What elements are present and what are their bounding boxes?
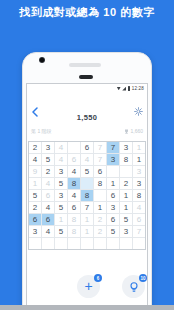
cell-r6c8[interactable]: 1 <box>120 202 132 213</box>
cell-r8c3[interactable]: 5 <box>55 226 67 237</box>
cell-r4c1[interactable]: 1 <box>29 178 41 189</box>
cell-r6c3[interactable]: 5 <box>55 202 67 213</box>
cell-r3c4[interactable]: 4 <box>68 166 80 177</box>
cell-r7c2[interactable]: 6 <box>42 214 54 225</box>
front-camera-dot <box>39 57 45 63</box>
cell-r2c7[interactable]: 3 <box>107 154 119 165</box>
cell-r1c8[interactable]: 3 <box>120 142 132 153</box>
cell-r8c2[interactable]: 4 <box>42 226 54 237</box>
cell-r4c7[interactable]: 1 <box>107 178 119 189</box>
cell-r9c7[interactable] <box>107 238 119 249</box>
hint-count-badge: 10 <box>139 274 147 282</box>
wifi-icon <box>117 87 121 91</box>
back-button[interactable] <box>31 103 39 113</box>
cell-r1c7[interactable]: 7 <box>107 142 119 153</box>
phone-mockup: 12:28 1,550 第 1 階段 <box>22 52 152 310</box>
cell-r7c7[interactable]: 6 <box>107 214 119 225</box>
cell-r6c1[interactable]: 2 <box>29 202 41 213</box>
cell-r4c9[interactable]: 3 <box>133 178 145 189</box>
store-caption: 找到成對或總為 10 的數字 <box>0 5 174 20</box>
cell-r3c5[interactable]: 5 <box>81 166 93 177</box>
board-grid: 2346773145464738192345631458812356348618… <box>28 141 146 250</box>
cell-r9c5[interactable] <box>81 238 93 249</box>
cell-r7c9[interactable]: 6 <box>133 214 145 225</box>
cell-r3c9[interactable]: 3 <box>133 166 145 177</box>
cell-r4c8[interactable]: 2 <box>120 178 132 189</box>
battery-icon <box>128 86 131 91</box>
trophy-icon <box>124 129 129 134</box>
cell-r5c3[interactable]: 3 <box>55 190 67 201</box>
cell-r6c9[interactable]: 4 <box>133 202 145 213</box>
cell-r2c3[interactable]: 4 <box>55 154 67 165</box>
cell-r2c1[interactable]: 4 <box>29 154 41 165</box>
best-score: 1,660 <box>124 128 143 134</box>
cell-r2c6[interactable]: 7 <box>94 154 106 165</box>
cell-r5c5[interactable]: 8 <box>81 190 93 201</box>
cell-r4c4[interactable]: 8 <box>68 178 80 189</box>
cell-r2c5[interactable]: 4 <box>81 154 93 165</box>
signal-icon <box>122 87 126 91</box>
status-bar: 12:28 <box>117 86 144 91</box>
cell-r9c3[interactable] <box>55 238 67 249</box>
cell-r9c4[interactable] <box>68 238 80 249</box>
cell-r4c5[interactable] <box>81 178 93 189</box>
cell-r3c8[interactable] <box>120 166 132 177</box>
cell-r5c9[interactable]: 8 <box>133 190 145 201</box>
cell-r5c2[interactable]: 6 <box>42 190 54 201</box>
cell-r1c5[interactable]: 6 <box>81 142 93 153</box>
cell-r6c5[interactable]: 7 <box>81 202 93 213</box>
add-numbers-button[interactable]: + 6 <box>77 275 100 298</box>
cell-r7c6[interactable]: 2 <box>94 214 106 225</box>
cell-r6c2[interactable]: 4 <box>42 202 54 213</box>
cell-r1c1[interactable]: 2 <box>29 142 41 153</box>
speaker-slot <box>69 63 101 67</box>
plus-icon: + <box>84 278 92 294</box>
cell-r2c4[interactable]: 6 <box>68 154 80 165</box>
cell-r8c8[interactable]: 3 <box>120 226 132 237</box>
lightbulb-icon <box>128 281 140 293</box>
cell-r1c3[interactable]: 4 <box>55 142 67 153</box>
cell-r3c2[interactable]: 2 <box>42 166 54 177</box>
cell-r4c3[interactable]: 5 <box>55 178 67 189</box>
cell-r1c4[interactable] <box>68 142 80 153</box>
cell-r8c1[interactable]: 3 <box>29 226 41 237</box>
cell-r5c4[interactable]: 4 <box>68 190 80 201</box>
app-screen: 12:28 1,550 第 1 階段 <box>26 83 148 310</box>
cell-r8c4[interactable]: 8 <box>68 226 80 237</box>
cell-r7c4[interactable]: 8 <box>68 214 80 225</box>
cell-r8c7[interactable]: 5 <box>107 226 119 237</box>
earpiece-pill <box>79 75 93 79</box>
cell-r9c6[interactable] <box>94 238 106 249</box>
settings-button[interactable] <box>134 102 143 112</box>
cell-r1c9[interactable]: 1 <box>133 142 145 153</box>
cell-r1c6[interactable]: 7 <box>94 142 106 153</box>
current-score: 1,550 <box>27 113 147 122</box>
cell-r7c1[interactable]: 6 <box>29 214 41 225</box>
cell-r5c7[interactable]: 6 <box>107 190 119 201</box>
cell-r5c6[interactable] <box>94 190 106 201</box>
cell-r5c8[interactable]: 1 <box>120 190 132 201</box>
cell-r6c6[interactable]: 1 <box>94 202 106 213</box>
cell-r3c1[interactable]: 9 <box>29 166 41 177</box>
cell-r3c6[interactable]: 6 <box>94 166 106 177</box>
cell-r9c2[interactable] <box>42 238 54 249</box>
cell-r7c8[interactable]: 5 <box>120 214 132 225</box>
stage-label: 第 1 階段 <box>31 128 52 134</box>
cell-r8c9[interactable]: 7 <box>133 226 145 237</box>
cell-r2c2[interactable]: 5 <box>42 154 54 165</box>
bottom-edge-band <box>0 305 174 310</box>
cell-r8c5[interactable]: 1 <box>81 226 93 237</box>
hint-button[interactable]: 10 <box>122 275 145 298</box>
cell-r2c8[interactable]: 8 <box>120 154 132 165</box>
status-time: 12:28 <box>132 86 144 91</box>
cell-r9c8[interactable] <box>120 238 132 249</box>
cell-r2c9[interactable]: 1 <box>133 154 145 165</box>
cell-r9c1[interactable] <box>29 238 41 249</box>
cell-r4c6[interactable]: 8 <box>94 178 106 189</box>
cell-r4c2[interactable]: 4 <box>42 178 54 189</box>
cell-r7c5[interactable]: 1 <box>81 214 93 225</box>
cell-r8c6[interactable]: 2 <box>94 226 106 237</box>
cell-r3c3[interactable]: 3 <box>55 166 67 177</box>
meta-row: 第 1 階段 1,660 <box>31 128 143 134</box>
cell-r9c9[interactable] <box>133 238 145 249</box>
cell-r7c3[interactable]: 1 <box>55 214 67 225</box>
cell-r1c2[interactable]: 3 <box>42 142 54 153</box>
cell-r6c7[interactable]: 3 <box>107 202 119 213</box>
add-count-badge: 6 <box>94 274 102 282</box>
cell-r3c7[interactable] <box>107 166 119 177</box>
cell-r5c1[interactable]: 5 <box>29 190 41 201</box>
best-score-value: 1,660 <box>130 128 143 134</box>
cell-r6c4[interactable]: 6 <box>68 202 80 213</box>
